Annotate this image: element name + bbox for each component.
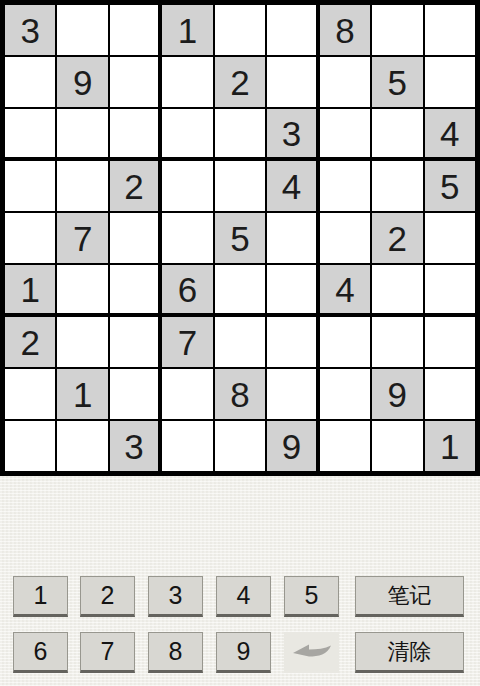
cell-r9c7[interactable] xyxy=(320,421,370,471)
cell-r9c1[interactable] xyxy=(5,421,55,471)
cell-r4c2[interactable] xyxy=(57,161,107,211)
cell-r5c8[interactable]: 2 xyxy=(372,213,422,263)
cell-r4c3[interactable]: 2 xyxy=(110,161,160,211)
cell-r3c8[interactable] xyxy=(372,109,422,159)
cell-r6c4[interactable]: 6 xyxy=(162,265,212,315)
cell-r9c2[interactable] xyxy=(57,421,107,471)
cell-r7c6[interactable] xyxy=(267,317,317,367)
cell-r7c1[interactable]: 2 xyxy=(5,317,55,367)
keypad-panel: 1 2 3 4 5 笔记 6 7 8 9 清除 xyxy=(0,476,480,686)
cell-r5c9[interactable] xyxy=(425,213,475,263)
cell-r6c9[interactable] xyxy=(425,265,475,315)
cell-r3c2[interactable] xyxy=(57,109,107,159)
digit-button-4[interactable]: 4 xyxy=(216,576,271,617)
cell-r7c7[interactable] xyxy=(320,317,370,367)
cell-r3c5[interactable] xyxy=(215,109,265,159)
cell-r7c5[interactable] xyxy=(215,317,265,367)
cell-r9c6[interactable]: 9 xyxy=(267,421,317,471)
cell-r7c9[interactable] xyxy=(425,317,475,367)
clear-button[interactable]: 清除 xyxy=(355,632,464,673)
cell-r2c3[interactable] xyxy=(110,57,160,107)
cell-r4c7[interactable] xyxy=(320,161,370,211)
cell-r1c1[interactable]: 3 xyxy=(5,5,55,55)
cell-r1c9[interactable] xyxy=(425,5,475,55)
cell-r3c9[interactable]: 4 xyxy=(425,109,475,159)
sudoku-board: 3189253424575216427189391 xyxy=(0,0,480,476)
cell-r2c7[interactable] xyxy=(320,57,370,107)
cell-r1c7[interactable]: 8 xyxy=(320,5,370,55)
cell-r2c9[interactable] xyxy=(425,57,475,107)
digit-button-9[interactable]: 9 xyxy=(216,632,271,673)
cell-r1c4[interactable]: 1 xyxy=(162,5,212,55)
back-arrow-icon xyxy=(291,641,333,663)
cell-r7c4[interactable]: 7 xyxy=(162,317,212,367)
cell-r4c1[interactable] xyxy=(5,161,55,211)
cell-r3c7[interactable] xyxy=(320,109,370,159)
cell-r6c6[interactable] xyxy=(267,265,317,315)
cell-r4c5[interactable] xyxy=(215,161,265,211)
cell-r6c2[interactable] xyxy=(57,265,107,315)
cell-r9c3[interactable]: 3 xyxy=(110,421,160,471)
cell-r4c4[interactable] xyxy=(162,161,212,211)
cell-r9c4[interactable] xyxy=(162,421,212,471)
cell-r8c5[interactable]: 8 xyxy=(215,369,265,419)
cell-r8c1[interactable] xyxy=(5,369,55,419)
cell-r2c5[interactable]: 2 xyxy=(215,57,265,107)
cell-r8c3[interactable] xyxy=(110,369,160,419)
cell-r2c6[interactable] xyxy=(267,57,317,107)
cell-r8c4[interactable] xyxy=(162,369,212,419)
cell-r3c1[interactable] xyxy=(5,109,55,159)
digit-button-2[interactable]: 2 xyxy=(80,576,135,617)
cell-r5c5[interactable]: 5 xyxy=(215,213,265,263)
cell-r7c3[interactable] xyxy=(110,317,160,367)
cell-r7c8[interactable] xyxy=(372,317,422,367)
digit-button-1[interactable]: 1 xyxy=(13,576,68,617)
digit-button-8[interactable]: 8 xyxy=(148,632,203,673)
cell-r1c8[interactable] xyxy=(372,5,422,55)
digit-button-6[interactable]: 6 xyxy=(13,632,68,673)
cell-r9c9[interactable]: 1 xyxy=(425,421,475,471)
cell-r5c7[interactable] xyxy=(320,213,370,263)
cell-r5c2[interactable]: 7 xyxy=(57,213,107,263)
cell-r6c5[interactable] xyxy=(215,265,265,315)
cell-r6c7[interactable]: 4 xyxy=(320,265,370,315)
cell-r8c6[interactable] xyxy=(267,369,317,419)
cell-r1c5[interactable] xyxy=(215,5,265,55)
cell-r9c8[interactable] xyxy=(372,421,422,471)
cell-r3c4[interactable] xyxy=(162,109,212,159)
digit-button-5[interactable]: 5 xyxy=(284,576,339,617)
cell-r1c3[interactable] xyxy=(110,5,160,55)
sudoku-screen: 3189253424575216427189391 1 2 3 4 5 笔记 6… xyxy=(0,0,480,686)
cell-r9c5[interactable] xyxy=(215,421,265,471)
cell-r2c8[interactable]: 5 xyxy=(372,57,422,107)
cell-r4c9[interactable]: 5 xyxy=(425,161,475,211)
cell-r1c6[interactable] xyxy=(267,5,317,55)
undo-button[interactable] xyxy=(284,632,339,673)
cell-r6c3[interactable] xyxy=(110,265,160,315)
cell-r7c2[interactable] xyxy=(57,317,107,367)
cell-r5c3[interactable] xyxy=(110,213,160,263)
digit-button-7[interactable]: 7 xyxy=(80,632,135,673)
cell-r8c8[interactable]: 9 xyxy=(372,369,422,419)
cell-r5c6[interactable] xyxy=(267,213,317,263)
cell-r4c8[interactable] xyxy=(372,161,422,211)
cell-r3c6[interactable]: 3 xyxy=(267,109,317,159)
cell-r2c4[interactable] xyxy=(162,57,212,107)
cell-r4c6[interactable]: 4 xyxy=(267,161,317,211)
notes-button[interactable]: 笔记 xyxy=(355,576,464,617)
cell-r1c2[interactable] xyxy=(57,5,107,55)
cell-r6c1[interactable]: 1 xyxy=(5,265,55,315)
cell-r8c9[interactable] xyxy=(425,369,475,419)
cell-r8c7[interactable] xyxy=(320,369,370,419)
cell-r6c8[interactable] xyxy=(372,265,422,315)
cell-r8c2[interactable]: 1 xyxy=(57,369,107,419)
cell-r2c2[interactable]: 9 xyxy=(57,57,107,107)
cell-r5c4[interactable] xyxy=(162,213,212,263)
digit-button-3[interactable]: 3 xyxy=(148,576,203,617)
cell-r2c1[interactable] xyxy=(5,57,55,107)
cell-r3c3[interactable] xyxy=(110,109,160,159)
cell-r5c1[interactable] xyxy=(5,213,55,263)
